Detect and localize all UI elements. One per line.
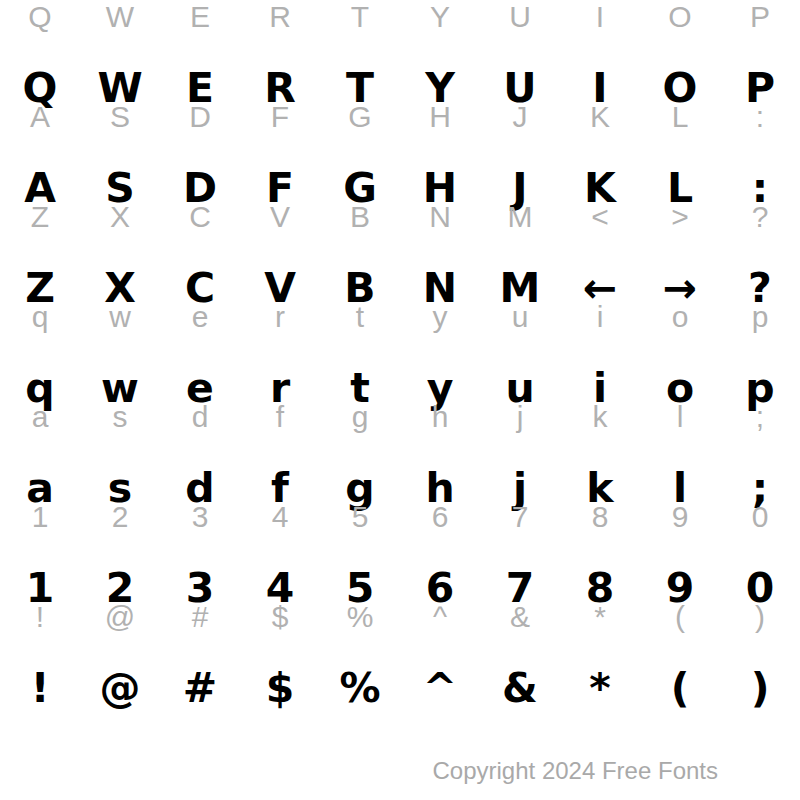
font-glyph: & [480, 666, 560, 710]
char-cell: 44 [240, 500, 320, 600]
char-cell: 33 [160, 500, 240, 600]
reference-char: Y [400, 0, 480, 34]
font-glyph: ! [0, 666, 80, 710]
reference-char: 6 [400, 500, 480, 534]
reference-char: & [480, 600, 560, 634]
char-cell: hh [400, 400, 480, 500]
char-cell: pp [720, 300, 800, 400]
char-cell: LL [640, 100, 720, 200]
reference-char: 8 [560, 500, 640, 534]
reference-char: : [720, 100, 800, 134]
reference-char: S [80, 100, 160, 134]
char-cell: VV [240, 200, 320, 300]
reference-char: G [320, 100, 400, 134]
reference-char: A [0, 100, 80, 134]
font-glyph: % [320, 666, 400, 710]
reference-char: M [480, 200, 560, 234]
reference-char: ! [0, 600, 80, 634]
reference-char: l [640, 400, 720, 434]
reference-char: s [80, 400, 160, 434]
char-cell: ww [80, 300, 160, 400]
reference-char: 3 [160, 500, 240, 534]
char-cell: 11 [0, 500, 80, 600]
char-cell: II [560, 0, 640, 100]
char-cell: aa [0, 400, 80, 500]
reference-char: P [720, 0, 800, 34]
char-cell: XX [80, 200, 160, 300]
char-cell: tt [320, 300, 400, 400]
char-cell: JJ [480, 100, 560, 200]
reference-char: y [400, 300, 480, 334]
char-cell: NN [400, 200, 480, 300]
reference-char: 0 [720, 500, 800, 534]
char-cell: <← [560, 200, 640, 300]
reference-char: Z [0, 200, 80, 234]
reference-char: < [560, 200, 640, 234]
char-cell: $$ [240, 600, 320, 700]
char-cell: ?? [720, 200, 800, 300]
reference-char: 5 [320, 500, 400, 534]
reference-char: @ [80, 600, 160, 634]
reference-char: Q [0, 0, 80, 34]
reference-char: ( [640, 600, 720, 634]
reference-char: 2 [80, 500, 160, 534]
char-cell: %% [320, 600, 400, 700]
char-cell: uu [480, 300, 560, 400]
char-cell: SS [80, 100, 160, 200]
char-cell: 55 [320, 500, 400, 600]
char-cell: ss [80, 400, 160, 500]
font-glyph: $ [240, 666, 320, 710]
char-cell: ^^ [400, 600, 480, 700]
char-cell: rr [240, 300, 320, 400]
reference-char: $ [240, 600, 320, 634]
char-cell: AA [0, 100, 80, 200]
reference-char: ) [720, 600, 800, 634]
reference-char: 9 [640, 500, 720, 534]
reference-char: W [80, 0, 160, 34]
reference-char: H [400, 100, 480, 134]
reference-char: B [320, 200, 400, 234]
reference-char: V [240, 200, 320, 234]
char-cell: jj [480, 400, 560, 500]
reference-char: J [480, 100, 560, 134]
reference-char: w [80, 300, 160, 334]
reference-char: u [480, 300, 560, 334]
char-cell: >→ [640, 200, 720, 300]
reference-char: K [560, 100, 640, 134]
char-cell: (( [640, 600, 720, 700]
reference-char: p [720, 300, 800, 334]
char-cell: ;; [720, 400, 800, 500]
reference-char: i [560, 300, 640, 334]
reference-char: * [560, 600, 640, 634]
char-cell: WW [80, 0, 160, 100]
char-cell: TT [320, 0, 400, 100]
reference-char: r [240, 300, 320, 334]
reference-char: e [160, 300, 240, 334]
char-cell: 22 [80, 500, 160, 600]
char-cell: 00 [720, 500, 800, 600]
char-cell: )) [720, 600, 800, 700]
reference-char: 7 [480, 500, 560, 534]
reference-char: j [480, 400, 560, 434]
font-glyph: ) [720, 666, 800, 710]
reference-char: ; [720, 400, 800, 434]
character-grid: QQWWEERRTTYYUUIIOOPPAASSDDFFGGHHJJKKLL::… [0, 0, 800, 700]
reference-char: a [0, 400, 80, 434]
char-cell: HH [400, 100, 480, 200]
reference-char: F [240, 100, 320, 134]
char-cell: && [480, 600, 560, 700]
char-cell: EE [160, 0, 240, 100]
font-glyph: # [160, 666, 240, 710]
char-cell: !! [0, 600, 80, 700]
char-cell: yy [400, 300, 480, 400]
reference-char: 1 [0, 500, 80, 534]
font-glyph: ^ [400, 666, 480, 710]
char-cell: UU [480, 0, 560, 100]
reference-char: g [320, 400, 400, 434]
reference-char: D [160, 100, 240, 134]
reference-char: X [80, 200, 160, 234]
reference-char: ^ [400, 600, 480, 634]
char-cell: 99 [640, 500, 720, 600]
char-cell: MM [480, 200, 560, 300]
reference-char: h [400, 400, 480, 434]
char-cell: DD [160, 100, 240, 200]
char-cell: 66 [400, 500, 480, 600]
char-cell: :: [720, 100, 800, 200]
char-cell: BB [320, 200, 400, 300]
reference-char: O [640, 0, 720, 34]
reference-char: ? [720, 200, 800, 234]
reference-char: o [640, 300, 720, 334]
char-cell: OO [640, 0, 720, 100]
char-cell: ZZ [0, 200, 80, 300]
char-cell: gg [320, 400, 400, 500]
reference-char: C [160, 200, 240, 234]
char-cell: 77 [480, 500, 560, 600]
font-glyph: * [560, 666, 640, 710]
char-cell: YY [400, 0, 480, 100]
reference-char: U [480, 0, 560, 34]
copyright-text: Copyright 2024 Free Fonts [433, 757, 718, 785]
font-glyph: ( [640, 666, 720, 710]
char-cell: ll [640, 400, 720, 500]
reference-char: R [240, 0, 320, 34]
char-cell: PP [720, 0, 800, 100]
reference-char: # [160, 600, 240, 634]
char-cell: CC [160, 200, 240, 300]
char-cell: RR [240, 0, 320, 100]
char-cell: 88 [560, 500, 640, 600]
char-cell: ii [560, 300, 640, 400]
reference-char: k [560, 400, 640, 434]
font-specimen-sheet: QQWWEERRTTYYUUIIOOPPAASSDDFFGGHHJJKKLL::… [0, 0, 800, 800]
char-cell: qq [0, 300, 80, 400]
char-cell: dd [160, 400, 240, 500]
char-cell: ## [160, 600, 240, 700]
char-cell: KK [560, 100, 640, 200]
reference-char: I [560, 0, 640, 34]
reference-char: T [320, 0, 400, 34]
char-cell: ** [560, 600, 640, 700]
char-cell: ff [240, 400, 320, 500]
font-glyph: @ [80, 666, 160, 710]
char-cell: kk [560, 400, 640, 500]
char-cell: FF [240, 100, 320, 200]
reference-char: E [160, 0, 240, 34]
reference-char: % [320, 600, 400, 634]
reference-char: L [640, 100, 720, 134]
reference-char: N [400, 200, 480, 234]
char-cell: GG [320, 100, 400, 200]
char-cell: @@ [80, 600, 160, 700]
reference-char: t [320, 300, 400, 334]
reference-char: q [0, 300, 80, 334]
reference-char: 4 [240, 500, 320, 534]
reference-char: d [160, 400, 240, 434]
char-cell: ee [160, 300, 240, 400]
char-cell: oo [640, 300, 720, 400]
reference-char: f [240, 400, 320, 434]
reference-char: > [640, 200, 720, 234]
char-cell: QQ [0, 0, 80, 100]
